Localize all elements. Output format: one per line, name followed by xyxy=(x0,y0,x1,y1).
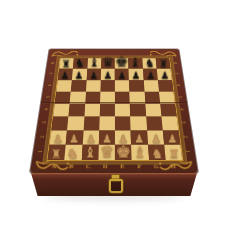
fold-seam xyxy=(41,102,187,103)
board-scene: 87654321 87654321 ABCDEFGH ♜♞♝♛♚♝♞♜♟♟♟♟♟… xyxy=(30,5,198,173)
rank-label-left-7: 7 xyxy=(43,70,58,77)
square-e7: ♟ xyxy=(115,69,129,80)
square-d8: ♛ xyxy=(101,58,115,68)
rank-label-right-1: 1 xyxy=(179,146,197,156)
square-g7: ♟ xyxy=(143,69,158,80)
square-a4 xyxy=(53,104,70,117)
rank-label-left-2: 2 xyxy=(33,132,50,141)
square-a7: ♟ xyxy=(58,69,73,80)
square-f2: ♟ xyxy=(131,130,148,144)
piece-black-pawn: ♟ xyxy=(115,70,129,80)
piece-black-bishop: ♝ xyxy=(87,57,101,69)
rank-label-right-4: 4 xyxy=(174,105,190,113)
piece-white-pawn: ♟ xyxy=(115,133,131,144)
piece-white-knight: ♞ xyxy=(65,146,82,160)
rank-label-right-7: 7 xyxy=(170,70,185,77)
square-a8: ♜ xyxy=(59,58,74,68)
chessboard: ♜♞♝♛♚♝♞♜♟♟♟♟♟♟♟♟♟♟♟♟♟♟♟♟♜♞♝♛♚♝♞♜ xyxy=(47,58,184,161)
piece-white-pawn: ♟ xyxy=(99,133,115,144)
square-f1: ♝ xyxy=(131,145,148,160)
file-label-c: C xyxy=(80,163,97,170)
piece-white-bishop: ♝ xyxy=(132,145,149,160)
square-e4 xyxy=(115,104,130,117)
rank-label-left-8: 8 xyxy=(45,60,60,67)
chess-box-lid: 87654321 87654321 ABCDEFGH ♜♞♝♛♚♝♞♜♟♟♟♟♟… xyxy=(30,49,198,173)
file-label-b: B xyxy=(63,163,81,170)
piece-black-pawn: ♟ xyxy=(72,70,86,80)
square-d6 xyxy=(100,80,115,92)
square-e8: ♚ xyxy=(115,58,129,68)
clasp-hasp xyxy=(109,179,123,193)
piece-black-pawn: ♟ xyxy=(143,70,157,80)
square-e3 xyxy=(115,117,131,131)
piece-black-rook: ♜ xyxy=(59,59,73,69)
piece-white-pawn: ♟ xyxy=(66,133,82,144)
square-b4 xyxy=(69,104,85,117)
piece-black-king: ♚ xyxy=(115,55,129,69)
square-b3 xyxy=(67,117,84,131)
square-c7: ♟ xyxy=(86,69,101,80)
square-d1: ♛ xyxy=(98,145,115,160)
piece-black-knight: ♞ xyxy=(143,58,157,69)
square-d7: ♟ xyxy=(101,69,115,80)
file-label-e: E xyxy=(114,163,131,170)
square-g3 xyxy=(146,117,163,131)
square-g8: ♞ xyxy=(142,58,157,68)
piece-white-rook: ♜ xyxy=(48,147,65,160)
square-b1: ♞ xyxy=(64,145,82,160)
piece-white-pawn: ♟ xyxy=(82,133,98,144)
square-d2: ♟ xyxy=(99,130,115,144)
square-a3 xyxy=(51,117,68,131)
square-c8: ♝ xyxy=(87,58,101,68)
file-label-h: H xyxy=(165,163,183,170)
square-c1: ♝ xyxy=(81,145,98,160)
file-label-d: D xyxy=(97,163,114,170)
gold-flourish-icon xyxy=(149,50,178,58)
file-label-a: A xyxy=(45,163,63,170)
piece-white-pawn: ♟ xyxy=(131,133,147,144)
file-label-f: F xyxy=(131,163,148,170)
square-f3 xyxy=(130,117,146,131)
square-g6 xyxy=(143,80,158,92)
square-f6 xyxy=(129,80,144,92)
rank-label-right-6: 6 xyxy=(171,81,186,88)
square-f8: ♝ xyxy=(128,58,142,68)
piece-white-bishop: ♝ xyxy=(81,145,98,160)
square-c3 xyxy=(83,117,99,131)
rank-label-left-6: 6 xyxy=(41,81,56,88)
piece-white-pawn: ♟ xyxy=(50,133,66,144)
piece-white-queen: ♛ xyxy=(98,144,115,160)
piece-black-pawn: ♟ xyxy=(129,70,143,80)
square-b8: ♞ xyxy=(73,58,88,68)
square-a1: ♜ xyxy=(48,145,66,160)
rank-label-left-3: 3 xyxy=(35,118,52,127)
square-g2: ♟ xyxy=(147,130,164,144)
square-f7: ♟ xyxy=(129,69,144,80)
piece-black-pawn: ♟ xyxy=(86,70,100,80)
square-d4 xyxy=(99,104,114,117)
piece-black-bishop: ♝ xyxy=(129,57,143,69)
rank-label-right-5: 5 xyxy=(173,93,189,101)
square-b7: ♟ xyxy=(72,69,87,80)
product-photo: 87654321 87654321 ABCDEFGH ♜♞♝♛♚♝♞♜♟♟♟♟♟… xyxy=(0,0,228,228)
rank-label-right-3: 3 xyxy=(176,118,193,127)
rank-label-left-1: 1 xyxy=(31,146,49,156)
square-d3 xyxy=(99,117,115,131)
square-b6 xyxy=(71,80,86,92)
brass-clasp-icon xyxy=(108,174,120,190)
square-e1: ♚ xyxy=(115,145,132,160)
square-g4 xyxy=(145,104,161,117)
file-label-g: G xyxy=(148,163,166,170)
square-e2: ♟ xyxy=(115,130,131,144)
piece-white-knight: ♞ xyxy=(149,146,166,160)
square-a6 xyxy=(56,80,72,92)
rank-label-left-5: 5 xyxy=(39,93,55,101)
square-g1: ♞ xyxy=(148,145,166,160)
square-b2: ♟ xyxy=(66,130,83,144)
square-a2: ♟ xyxy=(50,130,68,144)
piece-white-king: ♚ xyxy=(115,143,132,161)
rank-label-right-8: 8 xyxy=(168,60,183,67)
board-grid: ♜♞♝♛♚♝♞♜♟♟♟♟♟♟♟♟♟♟♟♟♟♟♟♟♜♞♝♛♚♝♞♜ xyxy=(48,58,183,160)
gold-flourish-icon xyxy=(50,50,79,58)
square-c2: ♟ xyxy=(82,130,99,144)
square-f4 xyxy=(130,104,146,117)
piece-black-knight: ♞ xyxy=(73,58,87,69)
square-c4 xyxy=(84,104,100,117)
piece-white-pawn: ♟ xyxy=(148,133,164,144)
rank-label-left-4: 4 xyxy=(37,105,53,113)
square-e6 xyxy=(115,80,130,92)
square-c6 xyxy=(86,80,101,92)
piece-black-pawn: ♟ xyxy=(58,70,72,80)
rank-label-right-2: 2 xyxy=(178,132,195,141)
piece-black-pawn: ♟ xyxy=(101,70,115,80)
floor-shadow xyxy=(44,193,184,200)
piece-black-queen: ♛ xyxy=(101,56,115,69)
